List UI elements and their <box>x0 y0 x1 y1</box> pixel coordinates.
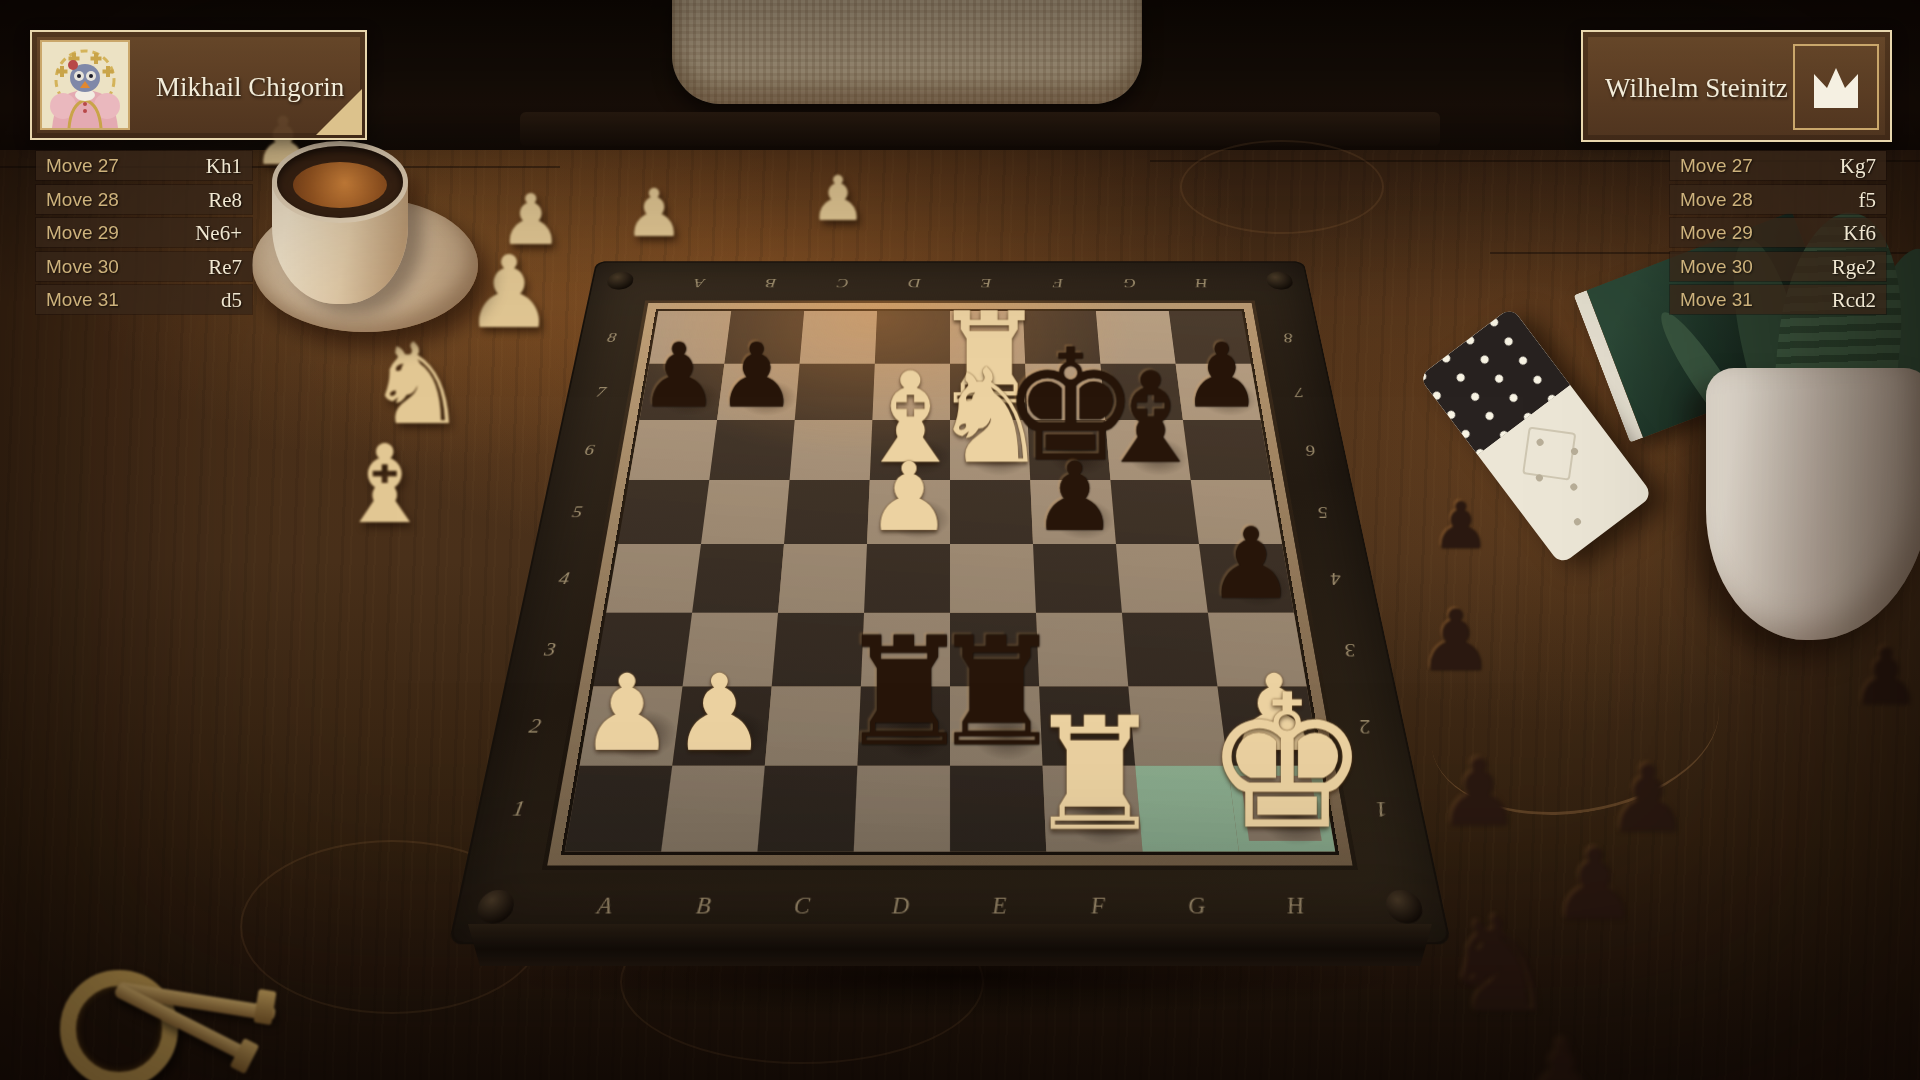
move-row-move-29[interactable]: Move 29Kf6 <box>1670 218 1886 247</box>
square-f1[interactable]: ♜ <box>1043 766 1143 852</box>
chess-game-scene: ♟♟♜♟♝♞♚♝♟♟♟♟♟♜♜♟♜♚ AABBCCDDEEFFGGHH11223… <box>0 0 1920 1080</box>
table-piece-black-pawn: ♟ <box>1851 642 1920 714</box>
move-row-move-31[interactable]: Move 31d5 <box>36 285 252 314</box>
square-b5[interactable] <box>701 480 790 544</box>
move-number-label: Move 30 <box>46 256 119 278</box>
move-notation: Kh1 <box>206 154 242 179</box>
square-b1[interactable] <box>661 766 765 852</box>
square-h4[interactable]: ♟ <box>1199 544 1294 613</box>
table-piece-black-pawn: ♟ <box>1438 751 1520 836</box>
black-pawn-f5[interactable]: ♟ <box>1032 454 1117 541</box>
coordinate-label-G: G <box>1122 276 1136 290</box>
coordinate-label-C: C <box>836 276 848 290</box>
white-pawn-b2[interactable]: ♟ <box>672 665 767 762</box>
avatar <box>40 40 130 130</box>
square-e5[interactable] <box>950 480 1033 544</box>
keys <box>20 920 320 1080</box>
move-notation: Rcd2 <box>1832 288 1876 313</box>
move-row-move-27[interactable]: Move 27Kg7 <box>1670 151 1886 180</box>
square-f5[interactable]: ♟ <box>1030 480 1116 544</box>
table-piece-black-pawn: ♟ <box>1418 603 1493 680</box>
move-notation: Kf6 <box>1843 221 1876 246</box>
black-pawn-b7[interactable]: ♟ <box>716 336 796 418</box>
move-notation: f5 <box>1859 188 1877 213</box>
square-g4[interactable] <box>1116 544 1208 613</box>
move-notation: Re8 <box>208 188 242 213</box>
remote-button <box>1569 482 1579 492</box>
remote-arrows <box>1522 426 1576 480</box>
player-name-right: Wilhelm Steinitz <box>1605 73 1788 104</box>
key-bit <box>253 989 276 1025</box>
player-panel-left: Mikhail Chigorin <box>30 30 367 140</box>
square-a5[interactable] <box>618 480 709 544</box>
sofa-cushion <box>672 0 1142 104</box>
plant-pot <box>1706 368 1920 640</box>
bird-portrait-avatar <box>42 42 128 128</box>
move-number-label: Move 30 <box>1680 256 1753 278</box>
board-squares: ♟♟♜♟♝♞♚♝♟♟♟♟♟♜♜♟♜♚ <box>565 311 1335 852</box>
square-d5[interactable]: ♟ <box>867 480 950 544</box>
coordinate-label-F: F <box>1052 276 1063 290</box>
square-g5[interactable] <box>1110 480 1199 544</box>
move-notation: Ne6+ <box>195 221 242 246</box>
move-number-label: Move 27 <box>1680 155 1753 177</box>
black-pawn-a7[interactable]: ♟ <box>639 336 719 418</box>
square-a7[interactable]: ♟ <box>639 364 724 420</box>
move-notation: Rge2 <box>1832 255 1876 280</box>
board-front-edge <box>452 924 1448 966</box>
move-number-label: Move 27 <box>46 155 119 177</box>
table-piece-black-pawn: ♟ <box>1432 497 1489 556</box>
move-row-move-27[interactable]: Move 27Kh1 <box>36 151 252 180</box>
square-c4[interactable] <box>778 544 867 613</box>
square-c5[interactable] <box>784 480 870 544</box>
move-number-label: Move 28 <box>1680 189 1753 211</box>
move-number-label: Move 31 <box>46 289 119 311</box>
move-notation: Re7 <box>208 255 242 280</box>
move-number-label: Move 29 <box>1680 222 1753 244</box>
move-notation: Kg7 <box>1840 154 1876 179</box>
black-pawn-h4[interactable]: ♟ <box>1206 519 1294 609</box>
coordinate-label-A: A <box>693 276 706 290</box>
square-e4[interactable] <box>950 544 1036 613</box>
player-panel-right: Wilhelm Steinitz <box>1581 30 1892 142</box>
move-number-label: Move 31 <box>1680 289 1753 311</box>
board-plane: ♟♟♜♟♝♞♚♝♟♟♟♟♟♜♜♟♜♚ AABBCCDDEEFFGGHH11223… <box>448 261 1451 944</box>
table-piece-white-pawn: ♟ <box>624 183 683 244</box>
table-piece-black-pawn: ♟ <box>1551 840 1639 930</box>
white-rook-f1[interactable]: ♜ <box>1024 704 1164 848</box>
move-row-move-28[interactable]: Move 28f5 <box>1670 185 1886 214</box>
table-piece-black-pawn: ♟ <box>1526 1033 1600 1080</box>
white-king-h1[interactable]: ♚ <box>1203 677 1369 847</box>
move-notation: d5 <box>221 288 242 313</box>
square-h1[interactable]: ♚ <box>1228 766 1335 852</box>
white-pawn-d5[interactable]: ♟ <box>866 454 951 541</box>
square-b2[interactable]: ♟ <box>672 686 771 765</box>
coordinate-label-D: D <box>908 276 921 290</box>
coordinate-label-E: E <box>980 276 991 290</box>
square-f4[interactable] <box>1033 544 1122 613</box>
move-row-move-30[interactable]: Move 30Rge2 <box>1670 252 1886 281</box>
move-number-label: Move 28 <box>46 189 119 211</box>
table-piece-white-pawn: ♟ <box>500 188 563 252</box>
table-piece-white-pawn: ♟ <box>810 170 866 227</box>
coordinate-label-H: H <box>1194 276 1209 290</box>
crown-icon <box>1793 44 1879 130</box>
square-d1[interactable] <box>854 766 950 852</box>
square-d4[interactable] <box>864 544 950 613</box>
square-b7[interactable]: ♟ <box>717 364 799 420</box>
coffee <box>293 162 387 208</box>
table-piece-white-knight: ♞ <box>367 333 467 436</box>
square-a4[interactable] <box>606 544 701 613</box>
square-a2[interactable]: ♟ <box>580 686 683 765</box>
move-number-label: Move 29 <box>46 222 119 244</box>
move-row-move-31[interactable]: Move 31Rcd2 <box>1670 285 1886 314</box>
remote-button <box>1573 517 1583 527</box>
table-stain-ring <box>1180 140 1384 234</box>
player-name-left: Mikhail Chigorin <box>156 72 344 103</box>
square-b4[interactable] <box>692 544 784 613</box>
move-row-move-28[interactable]: Move 28Re8 <box>36 185 252 214</box>
move-row-move-29[interactable]: Move 29Ne6+ <box>36 218 252 247</box>
move-row-move-30[interactable]: Move 30Re7 <box>36 252 252 281</box>
square-a1[interactable] <box>565 766 672 852</box>
table-piece-black-knight: ♞ <box>1441 905 1559 1026</box>
white-pawn-a2[interactable]: ♟ <box>579 665 674 762</box>
table-piece-white-bishop: ♝ <box>337 435 434 534</box>
square-c1[interactable] <box>757 766 857 852</box>
coordinate-label-B: B <box>765 276 777 290</box>
